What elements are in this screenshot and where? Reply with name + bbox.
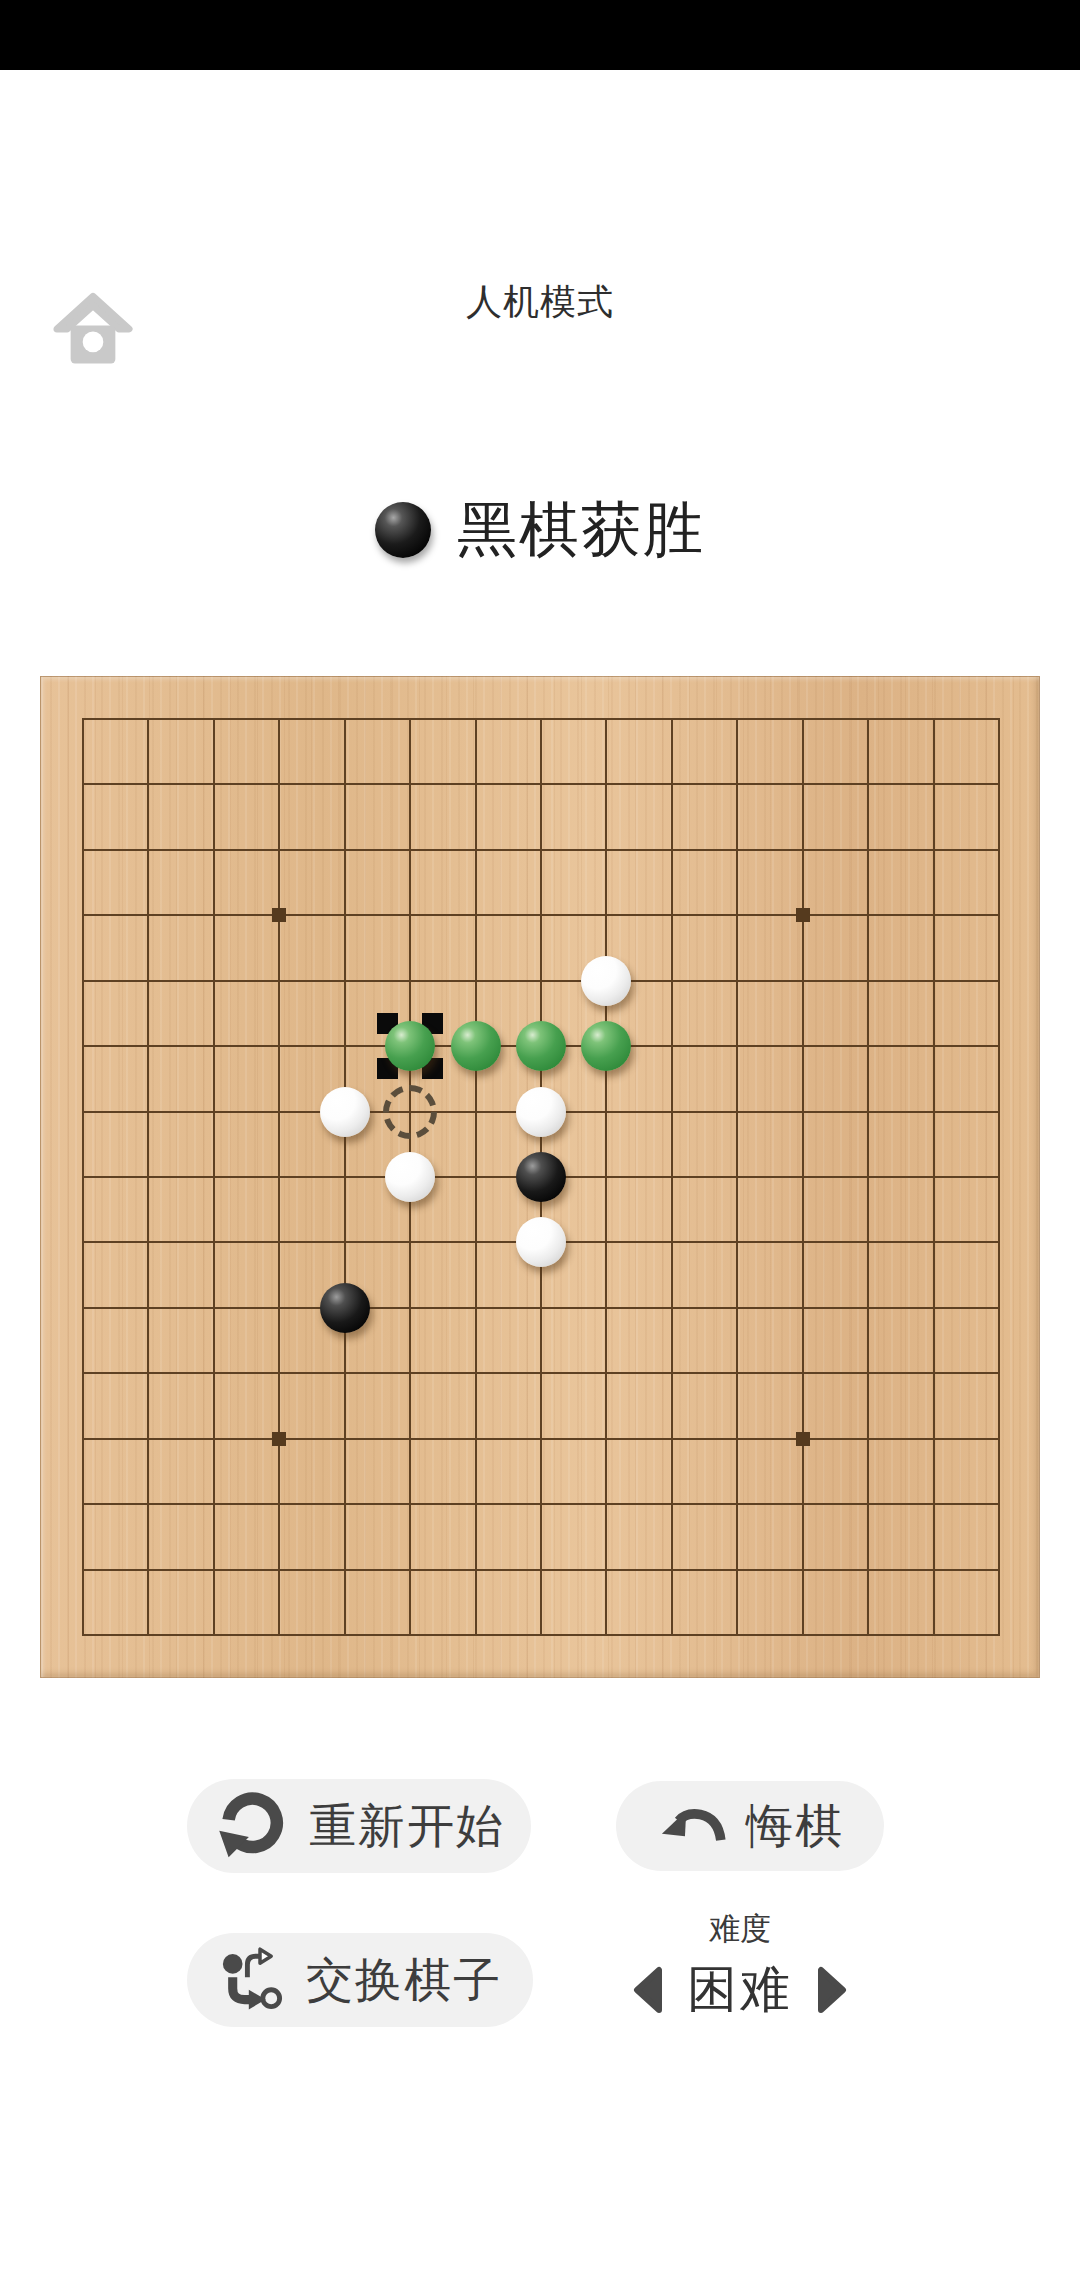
winner-black-stone-icon [375, 502, 431, 558]
grid-line-h [82, 1307, 1000, 1309]
winner-text: 黑棋获胜 [457, 490, 705, 571]
undo-arrow-icon [656, 1794, 728, 1858]
grid-line-h [82, 1569, 1000, 1571]
difficulty-prev-icon[interactable] [633, 1966, 663, 2014]
star-point [272, 1432, 286, 1446]
stone-green-5-5 [385, 1021, 435, 1071]
difficulty-value: 困难 [687, 1956, 793, 2023]
swap-pieces-icon [218, 1945, 288, 2015]
grid-line-v [671, 718, 673, 1636]
stone-green-8-5 [581, 1021, 631, 1071]
stone-black-4-9 [320, 1283, 370, 1333]
stone-white-7-6 [516, 1087, 566, 1137]
page-title: 人机模式 [0, 278, 1080, 327]
grid-line-v [802, 718, 804, 1636]
grid-line-v [736, 718, 738, 1636]
stone-green-6-5 [451, 1021, 501, 1071]
app-screen: 人机模式 黑棋获胜 重新开始 悔棋 交换棋子 难度 [0, 0, 1080, 2280]
difficulty-control: 难度 困难 [615, 1908, 865, 2018]
undo-label: 悔棋 [746, 1795, 844, 1858]
restart-label: 重新开始 [309, 1795, 505, 1858]
grid-line-h [82, 1634, 1000, 1636]
grid-line-v [998, 718, 1000, 1636]
restart-button[interactable]: 重新开始 [187, 1779, 531, 1873]
winner-banner: 黑棋获胜 [0, 488, 1080, 572]
grid-line-h [82, 1438, 1000, 1440]
grid-line-v [933, 718, 935, 1636]
undo-button[interactable]: 悔棋 [616, 1781, 884, 1871]
grid-line-v [867, 718, 869, 1636]
grid-line-v [605, 718, 607, 1636]
difficulty-label: 难度 [709, 1908, 771, 1950]
star-point [272, 908, 286, 922]
stone-black-7-7 [516, 1152, 566, 1202]
grid-line-h [82, 1372, 1000, 1374]
star-point [796, 1432, 810, 1446]
stone-white-8-4 [581, 956, 631, 1006]
star-point [796, 908, 810, 922]
status-bar [0, 0, 1080, 70]
grid-line-h [82, 1503, 1000, 1505]
swap-pieces-label: 交换棋子 [306, 1949, 502, 2012]
stone-white-4-6 [320, 1087, 370, 1137]
swap-pieces-button[interactable]: 交换棋子 [187, 1933, 533, 2027]
stone-white-7-8 [516, 1217, 566, 1267]
difficulty-next-icon[interactable] [817, 1966, 847, 2014]
restart-icon [213, 1787, 291, 1865]
dashed-circle-marker [383, 1085, 437, 1139]
gomoku-board[interactable] [40, 676, 1040, 1678]
stone-white-5-7 [385, 1152, 435, 1202]
stone-green-7-5 [516, 1021, 566, 1071]
